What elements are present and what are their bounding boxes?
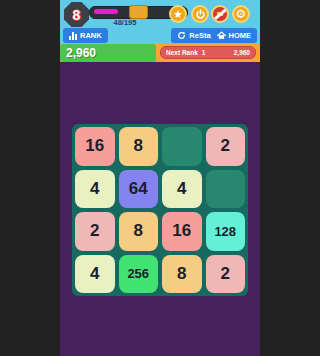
bar-chart-icon: [69, 32, 77, 40]
home-button[interactable]: HOME: [211, 28, 258, 43]
game-board[interactable]: 16 8 2 4 64 4 2 8 16 128 4 256 8 2: [72, 124, 248, 296]
tile-r1-c3: [162, 127, 202, 166]
tile-r4-c4: 2: [206, 255, 246, 294]
tile-r2-c4: [206, 170, 246, 209]
next-rank-score: 2,960: [234, 49, 250, 56]
tile-r1-c2: 8: [119, 127, 159, 166]
gear-icon: ⚙: [236, 8, 247, 20]
current-score: 2,960: [66, 46, 96, 60]
restart-icon: [177, 31, 186, 40]
tile-r2-c1: 4: [75, 170, 115, 209]
star-icon: ★: [173, 9, 183, 20]
settings-button[interactable]: ⚙: [232, 5, 250, 23]
next-rank-label: Next Rank: [166, 49, 198, 56]
tile-r3-c2: 8: [119, 212, 159, 251]
current-score-box: 2,960: [60, 44, 156, 62]
progress-emblem: [129, 5, 148, 19]
star-button[interactable]: ★: [169, 5, 187, 23]
tile-r4-c1: 4: [75, 255, 115, 294]
progress-label: 48/195: [90, 18, 160, 27]
progress-fill: [94, 9, 118, 14]
level-badge: 8: [64, 2, 89, 27]
tile-r4-c2: 256: [119, 255, 159, 294]
no-ads-icon: [213, 7, 227, 21]
tile-r2-c2: 64: [119, 170, 159, 209]
score-strip: 2,960 Next Rank 1 2,960: [60, 44, 260, 62]
game-screen: 8 48/195 ★ ⚙ RANK: [60, 0, 260, 356]
rank-label: RANK: [80, 31, 102, 40]
tile-r3-c1: 2: [75, 212, 115, 251]
level-number: 8: [73, 7, 81, 23]
header-bar: 8 48/195 ★ ⚙ RANK: [60, 0, 260, 44]
power-button[interactable]: [191, 5, 209, 23]
tile-r2-c3: 4: [162, 170, 202, 209]
tile-r3-c3: 16: [162, 212, 202, 251]
tile-r3-c4: 128: [206, 212, 246, 251]
rank-button[interactable]: RANK: [63, 28, 108, 43]
no-ads-button[interactable]: [211, 5, 229, 23]
home-icon: [217, 31, 226, 40]
next-rank-box: Next Rank 1 2,960: [160, 46, 256, 59]
power-icon: [195, 9, 206, 20]
tile-r4-c3: 8: [162, 255, 202, 294]
tile-r1-c1: 16: [75, 127, 115, 166]
home-label: HOME: [229, 31, 252, 40]
tile-r1-c4: 2: [206, 127, 246, 166]
next-rank-level: 1: [202, 49, 206, 56]
